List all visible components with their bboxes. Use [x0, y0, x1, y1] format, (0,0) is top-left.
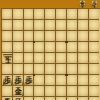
- board-square[interactable]: [89, 31, 100, 42]
- board-square[interactable]: [34, 31, 45, 42]
- board-square[interactable]: [45, 86, 56, 97]
- board-square[interactable]: [45, 53, 56, 64]
- board-square[interactable]: [24, 9, 35, 20]
- board-square[interactable]: [45, 31, 56, 42]
- board-square[interactable]: [78, 42, 89, 53]
- board-square[interactable]: [67, 42, 78, 53]
- board-square[interactable]: [56, 86, 67, 97]
- board-square[interactable]: [67, 86, 78, 97]
- board-square[interactable]: [34, 20, 45, 31]
- board-square[interactable]: [45, 75, 56, 86]
- board-square[interactable]: [78, 31, 89, 42]
- board-square[interactable]: [34, 53, 45, 64]
- board-square[interactable]: [45, 97, 56, 100]
- star-point: [33, 74, 36, 77]
- board-square[interactable]: [24, 20, 35, 31]
- board-square[interactable]: [2, 9, 13, 20]
- board-grid: [2, 9, 100, 100]
- board-square[interactable]: [34, 86, 45, 97]
- board-square[interactable]: [56, 42, 67, 53]
- star-point: [65, 74, 68, 77]
- board-square[interactable]: [13, 42, 24, 53]
- board-square[interactable]: [78, 75, 89, 86]
- board-square[interactable]: [89, 53, 100, 64]
- board-square[interactable]: [13, 9, 24, 20]
- board-square[interactable]: [2, 86, 13, 97]
- star-point: [65, 41, 68, 44]
- board-square[interactable]: [24, 42, 35, 53]
- board-square[interactable]: [78, 97, 89, 100]
- board-square[interactable]: [45, 9, 56, 20]
- board-square[interactable]: [34, 64, 45, 75]
- board-square[interactable]: [45, 64, 56, 75]
- board-square[interactable]: [13, 20, 24, 31]
- board-square[interactable]: [56, 53, 67, 64]
- board-square[interactable]: [56, 97, 67, 100]
- gote-hand-tray: 金 1 歩 1: [79, 0, 98, 8]
- board-square[interactable]: [34, 9, 45, 20]
- shogi-app-screen: 金 1 歩 1 玉歩歩歩金香桂: [0, 0, 100, 100]
- board-square[interactable]: [67, 31, 78, 42]
- board-square[interactable]: [34, 42, 45, 53]
- board-square[interactable]: [89, 42, 100, 53]
- board-square[interactable]: [89, 9, 100, 20]
- board-square[interactable]: [24, 86, 35, 97]
- board-square[interactable]: [67, 97, 78, 100]
- board-square[interactable]: [67, 20, 78, 31]
- board-square[interactable]: [89, 97, 100, 100]
- board-square[interactable]: [2, 64, 13, 75]
- board-square[interactable]: [78, 64, 89, 75]
- shogi-board: 玉歩歩歩金香桂: [1, 8, 100, 100]
- board-square[interactable]: [13, 53, 24, 64]
- star-point: [33, 41, 36, 44]
- board-square[interactable]: [89, 20, 100, 31]
- board-square[interactable]: [13, 31, 24, 42]
- board-square[interactable]: [56, 20, 67, 31]
- board-square[interactable]: [89, 64, 100, 75]
- board-square[interactable]: [78, 53, 89, 64]
- board-square[interactable]: [67, 53, 78, 64]
- board-square[interactable]: [2, 20, 13, 31]
- board-square[interactable]: [67, 64, 78, 75]
- hand-slot[interactable]: 歩 1: [91, 0, 98, 8]
- board-square[interactable]: [2, 31, 13, 42]
- board-square[interactable]: [67, 9, 78, 20]
- board-square[interactable]: [34, 75, 45, 86]
- board-square[interactable]: [45, 42, 56, 53]
- board-square[interactable]: [2, 42, 13, 53]
- board-square[interactable]: [45, 20, 56, 31]
- board-square[interactable]: [24, 97, 35, 100]
- board-square[interactable]: [78, 86, 89, 97]
- hand-slot[interactable]: 金 1: [79, 0, 86, 8]
- board-square[interactable]: [78, 20, 89, 31]
- board-square[interactable]: [89, 75, 100, 86]
- board-square[interactable]: [24, 53, 35, 64]
- board-square[interactable]: [34, 97, 45, 100]
- board-square[interactable]: [56, 75, 67, 86]
- board-square[interactable]: [78, 9, 89, 20]
- board-square[interactable]: [89, 86, 100, 97]
- board-square[interactable]: [13, 64, 24, 75]
- board-square[interactable]: [56, 9, 67, 20]
- board-square[interactable]: [67, 75, 78, 86]
